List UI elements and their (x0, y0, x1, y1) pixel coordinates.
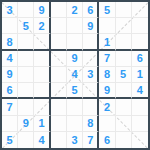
cell-r5c6[interactable]: 3 (83, 67, 99, 83)
cell-r9c5[interactable]: 3 (67, 132, 83, 148)
cell-r4c5[interactable]: 9 (67, 51, 83, 67)
cell-r7c9[interactable] (132, 99, 148, 115)
cell-r3c4[interactable] (51, 34, 67, 50)
cell-r9c9[interactable] (132, 132, 148, 148)
cell-r2c4[interactable] (51, 18, 67, 34)
cell-r1c4[interactable] (51, 2, 67, 18)
cell-r6c4[interactable] (51, 83, 67, 99)
cell-r3c6[interactable] (83, 34, 99, 50)
cell-r7c7[interactable]: 2 (99, 99, 115, 115)
cell-r3c5[interactable] (67, 34, 83, 50)
cell-r1c2[interactable] (18, 2, 34, 18)
cell-r6c8[interactable] (116, 83, 132, 99)
cell-r8c9[interactable] (132, 116, 148, 132)
cell-r4c2[interactable] (18, 51, 34, 67)
cell-r2c8[interactable] (116, 18, 132, 34)
cell-r8c6[interactable]: 8 (83, 116, 99, 132)
cell-r7c4[interactable] (51, 99, 67, 115)
cell-r6c5[interactable]: 5 (67, 83, 83, 99)
cell-r1c7[interactable]: 5 (99, 2, 115, 18)
cell-r8c2[interactable]: 9 (18, 116, 34, 132)
cell-r3c2[interactable] (18, 34, 34, 50)
cell-r4c4[interactable] (51, 51, 67, 67)
cell-r5c5[interactable]: 4 (67, 67, 83, 83)
cell-r3c9[interactable] (132, 34, 148, 50)
cell-r2c6[interactable]: 9 (83, 18, 99, 34)
cell-r9c6[interactable]: 7 (83, 132, 99, 148)
cell-r8c7[interactable] (99, 116, 115, 132)
cell-r6c7[interactable]: 9 (99, 83, 115, 99)
cell-r4c9[interactable]: 6 (132, 51, 148, 67)
cell-r6c9[interactable]: 4 (132, 83, 148, 99)
cell-r8c3[interactable]: 1 (34, 116, 50, 132)
cell-r6c1[interactable]: 6 (2, 83, 18, 99)
cell-r2c1[interactable] (2, 18, 18, 34)
cell-r5c4[interactable] (51, 67, 67, 83)
cell-r9c4[interactable] (51, 132, 67, 148)
cell-r1c9[interactable] (132, 2, 148, 18)
cell-r1c5[interactable]: 2 (67, 2, 83, 18)
cell-r5c8[interactable]: 5 (116, 67, 132, 83)
cell-r4c7[interactable]: 7 (99, 51, 115, 67)
cell-r9c3[interactable]: 4 (34, 132, 50, 148)
cell-r7c6[interactable] (83, 99, 99, 115)
cell-r5c2[interactable] (18, 67, 34, 83)
cell-r3c1[interactable]: 8 (2, 34, 18, 50)
cell-r1c8[interactable] (116, 2, 132, 18)
cell-r2c5[interactable] (67, 18, 83, 34)
cell-r4c6[interactable] (83, 51, 99, 67)
cell-r7c3[interactable] (34, 99, 50, 115)
cell-r8c1[interactable] (2, 116, 18, 132)
cell-r8c4[interactable] (51, 116, 67, 132)
cell-r7c8[interactable] (116, 99, 132, 115)
cell-r9c7[interactable]: 6 (99, 132, 115, 148)
cell-r4c3[interactable] (34, 51, 50, 67)
cell-r2c3[interactable]: 2 (34, 18, 50, 34)
cell-r4c1[interactable]: 4 (2, 51, 18, 67)
cell-r2c9[interactable] (132, 18, 148, 34)
cell-r6c2[interactable] (18, 83, 34, 99)
cell-r5c7[interactable]: 8 (99, 67, 115, 83)
cell-r2c2[interactable]: 5 (18, 18, 34, 34)
cell-r3c8[interactable] (116, 34, 132, 50)
cell-r6c3[interactable] (34, 83, 50, 99)
cell-r8c8[interactable] (116, 116, 132, 132)
cell-r3c3[interactable] (34, 34, 50, 50)
cell-r1c6[interactable]: 6 (83, 2, 99, 18)
cell-r5c9[interactable]: 1 (132, 67, 148, 83)
cell-r1c3[interactable]: 9 (34, 2, 50, 18)
cell-r4c8[interactable] (116, 51, 132, 67)
sudoku-board: 3926552981497694385165947291854376 (0, 0, 150, 150)
cell-r5c3[interactable] (34, 67, 50, 83)
cell-r7c2[interactable] (18, 99, 34, 115)
cell-r7c5[interactable] (67, 99, 83, 115)
cell-r2c7[interactable] (99, 18, 115, 34)
cell-r7c1[interactable]: 7 (2, 99, 18, 115)
cell-r9c2[interactable] (18, 132, 34, 148)
cell-r3c7[interactable]: 1 (99, 34, 115, 50)
cell-r9c8[interactable] (116, 132, 132, 148)
cell-r5c1[interactable]: 9 (2, 67, 18, 83)
cell-r1c1[interactable]: 3 (2, 2, 18, 18)
cell-r6c6[interactable] (83, 83, 99, 99)
cell-r9c1[interactable]: 5 (2, 132, 18, 148)
cell-r8c5[interactable] (67, 116, 83, 132)
